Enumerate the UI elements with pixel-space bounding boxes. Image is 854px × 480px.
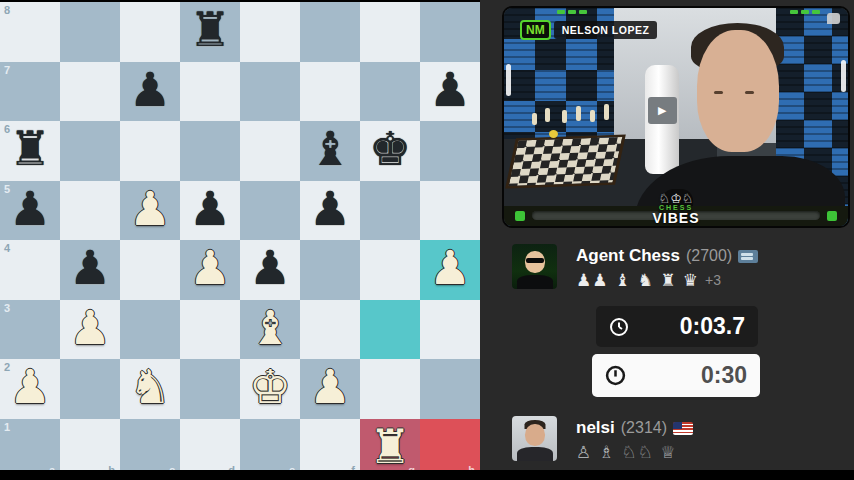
square-g2[interactable] [360,359,420,419]
square-g5[interactable] [360,181,420,241]
piece-wp-h4[interactable]: ♟ [429,244,471,291]
logo-knights-icon: ♘♔♘ [652,194,699,204]
square-a5[interactable]: 5♟ [0,181,60,241]
player-bottom-rating: (2314) [621,419,667,437]
side-panel: ▶ [480,0,854,470]
piece-wp-c5[interactable]: ♟ [129,185,171,232]
piece-bp-b4[interactable]: ♟ [69,244,111,291]
square-g4[interactable] [360,240,420,300]
square-b5[interactable] [60,181,120,241]
square-b3[interactable]: ♟ [60,300,120,360]
square-d6[interactable] [180,121,240,181]
overlay-dash [579,10,587,14]
piece-bp-d5[interactable]: ♟ [189,185,231,232]
play-button-plaque: ▶ [648,97,677,123]
square-e2[interactable]: ♚ [240,359,300,419]
square-h5[interactable] [420,181,480,241]
square-g8[interactable] [360,2,420,62]
square-c3[interactable] [120,300,180,360]
square-d8[interactable]: ♜ [180,2,240,62]
square-g7[interactable] [360,62,420,122]
overlay-dash [557,10,565,14]
piece-bk-g6[interactable]: ♚ [369,125,411,172]
square-c6[interactable] [120,121,180,181]
clock-black: 0:03.7 [596,306,758,347]
square-h3[interactable] [420,300,480,360]
overlay-dash [812,10,820,14]
player-top-name-row[interactable]: Agent Chess (2700) [576,246,758,266]
square-d3[interactable] [180,300,240,360]
streamer-title-row: NM NELSON LOPEZ [520,20,657,40]
avatar-face [525,424,545,446]
overlay-corner-icon[interactable] [827,13,840,24]
piece-br-a6[interactable]: ♜ [9,125,51,172]
piece-wn-c2[interactable]: ♞ [129,363,171,410]
player-bottom-name-row[interactable]: nelsi (2314) [576,418,693,438]
rank-label-4: 4 [4,242,10,254]
piece-bp-e4[interactable]: ♟ [249,244,291,291]
sunglasses-icon [526,258,544,263]
square-f8[interactable] [300,2,360,62]
square-c8[interactable] [120,2,180,62]
square-e8[interactable] [240,2,300,62]
square-c2[interactable]: ♞ [120,359,180,419]
rank-label-1: 1 [4,421,10,433]
square-a4[interactable]: 4 [0,240,60,300]
square-e4[interactable]: ♟ [240,240,300,300]
material-advantage: +3 [705,272,721,288]
square-e7[interactable] [240,62,300,122]
square-d7[interactable] [180,62,240,122]
square-h2[interactable] [420,359,480,419]
progress-track-right[interactable] [692,211,820,220]
captured-pieces-top: ♟♟ ♝ ♞ ♜ ♛ [576,270,699,290]
captured-pieces-bottom: ♙ ♗ ♘♘ ♕ [576,442,676,462]
square-e6[interactable] [240,121,300,181]
square-d4[interactable]: ♟ [180,240,240,300]
logo-text-vibes: VIBES [652,211,699,225]
letterbox-bar [0,470,854,480]
physical-piece [562,110,567,123]
physical-piece [590,110,595,122]
physical-chessboard [505,134,626,188]
piece-wk-e2[interactable]: ♚ [249,363,291,410]
progress-track-left[interactable] [532,211,660,220]
chess-board[interactable]: 8♜7♟♟6♜♝♚5♟♟♟♟4♟♟♟♟3♟♝2♟♞♚♟1abcdefg♜h [0,2,480,478]
overlay-dash [801,10,809,14]
piece-bb-f6[interactable]: ♝ [309,125,351,172]
square-a2[interactable]: 2♟ [0,359,60,419]
piece-bp-a5[interactable]: ♟ [9,185,51,232]
player-top-name[interactable]: Agent Chess [576,246,680,266]
player-top-rating: (2700) [686,247,732,265]
control-button-right[interactable] [827,211,837,221]
us-flag-icon [673,422,693,435]
square-g6[interactable]: ♚ [360,121,420,181]
square-f5[interactable]: ♟ [300,181,360,241]
overlay-dash [568,10,576,14]
app-root: 8♜7♟♟6♜♝♚5♟♟♟♟4♟♟♟♟3♟♝2♟♞♚♟1abcdefg♜h ▶ [0,0,854,480]
trophy-cylinder: ▶ [645,65,679,174]
square-a3[interactable]: 3 [0,300,60,360]
square-e3[interactable]: ♝ [240,300,300,360]
player-top-captured-row: ♟♟ ♝ ♞ ♜ ♛ +3 [576,270,721,290]
physical-piece [545,108,550,122]
avatar-torso [517,447,553,461]
piece-wb-e3[interactable]: ♝ [249,304,291,351]
streamer-head [697,30,780,152]
piece-wr-g1[interactable]: ♜ [369,423,411,470]
square-e5[interactable] [240,181,300,241]
avatar-agent-chess[interactable] [512,244,557,289]
square-f3[interactable] [300,300,360,360]
square-b2[interactable] [60,359,120,419]
avatar-torso [517,275,553,289]
square-c5[interactable]: ♟ [120,181,180,241]
square-c4[interactable] [120,240,180,300]
square-h6[interactable] [420,121,480,181]
clock-black-time: 0:03.7 [680,313,745,340]
clock-icon [609,317,629,337]
square-b4[interactable]: ♟ [60,240,120,300]
square-a8[interactable]: 8 [0,2,60,62]
control-button-left[interactable] [515,211,525,221]
avatar-nelsi[interactable] [512,416,557,461]
square-h4[interactable]: ♟ [420,240,480,300]
physical-piece [604,104,609,120]
player-bottom-name[interactable]: nelsi [576,418,615,438]
nm-title-badge: NM [520,20,551,40]
streamer-eye [745,91,754,94]
edge-pill-left [506,64,511,96]
rank-label-8: 8 [4,4,10,16]
square-f2[interactable]: ♟ [300,359,360,419]
play-icon: ▶ [658,104,666,117]
square-f6[interactable]: ♝ [300,121,360,181]
piece-br-d8[interactable]: ♜ [189,6,231,53]
piece-bp-c7[interactable]: ♟ [129,66,171,113]
square-b7[interactable] [60,62,120,122]
piece-wp-d4[interactable]: ♟ [189,244,231,291]
edge-pill-right [841,60,846,92]
square-c7[interactable]: ♟ [120,62,180,122]
player-bottom-captured-row: ♙ ♗ ♘♘ ♕ [576,442,676,462]
piece-bp-h7[interactable]: ♟ [429,66,471,113]
webcam-video[interactable]: ▶ [502,6,850,228]
physical-piece [532,113,537,125]
physical-piece [576,106,581,121]
rank-label-3: 3 [4,302,10,314]
square-b8[interactable] [60,2,120,62]
chess-vibes-logo: ♘♔♘ CHESS VIBES [652,194,699,225]
square-f7[interactable] [300,62,360,122]
clock-white-time: 0:30 [701,362,747,389]
square-b6[interactable] [60,121,120,181]
piece-wp-b3[interactable]: ♟ [69,304,111,351]
square-a7[interactable]: 7 [0,62,60,122]
streamer-eye [714,91,723,94]
rubber-duck [549,130,558,138]
overlay-dash [790,10,798,14]
streamer-name: NELSON LOPEZ [554,21,658,39]
clock-icon [605,365,626,386]
clock-white: 0:30 [592,354,760,397]
piece-wp-a2[interactable]: ♟ [9,363,51,410]
square-f4[interactable] [300,240,360,300]
piece-bp-f5[interactable]: ♟ [309,185,351,232]
square-d5[interactable]: ♟ [180,181,240,241]
rank-label-7: 7 [4,64,10,76]
square-d2[interactable] [180,359,240,419]
square-a6[interactable]: 6♜ [0,121,60,181]
player-top-flag-icon [738,250,758,263]
square-h7[interactable]: ♟ [420,62,480,122]
square-g3[interactable] [360,300,420,360]
piece-wp-f2[interactable]: ♟ [309,363,351,410]
square-h8[interactable] [420,2,480,62]
